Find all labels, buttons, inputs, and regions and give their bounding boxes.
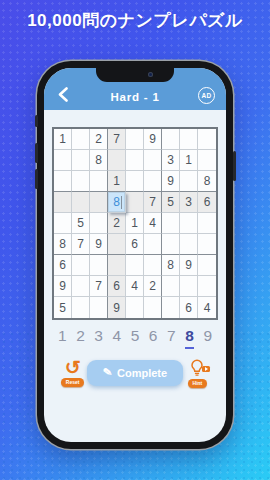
cell-r7c9[interactable] <box>198 255 216 276</box>
mute-switch <box>35 115 38 127</box>
cell-r5c5[interactable]: 1 <box>126 213 144 234</box>
cell-r6c9[interactable] <box>198 234 216 255</box>
cell-r5c6[interactable]: 4 <box>144 213 162 234</box>
volume-up-button <box>35 143 38 163</box>
cell-r3c5[interactable] <box>126 171 144 192</box>
numpad-4[interactable]: 4 <box>113 328 122 349</box>
sudoku-board: 12798311988753652148796689976425964 <box>52 127 218 320</box>
cell-r7c5[interactable] <box>126 255 144 276</box>
cell-r1c6[interactable]: 9 <box>144 129 162 150</box>
undo-icon: ↺ <box>65 359 81 376</box>
cell-r7c2[interactable] <box>72 255 90 276</box>
cell-r4c7[interactable]: 5 <box>162 192 180 213</box>
cell-r6c7[interactable] <box>162 234 180 255</box>
cell-r2c7[interactable]: 3 <box>162 150 180 171</box>
cell-r4c9[interactable]: 6 <box>198 192 216 213</box>
hint-badge: Hint <box>188 379 208 388</box>
cell-r6c2[interactable]: 7 <box>72 234 90 255</box>
cell-r1c1[interactable]: 1 <box>54 129 72 150</box>
cell-r8c4[interactable]: 6 <box>108 276 126 297</box>
cell-r7c8[interactable]: 9 <box>180 255 198 276</box>
cell-r2c9[interactable] <box>198 150 216 171</box>
cell-r1c5[interactable] <box>126 129 144 150</box>
cell-r2c8[interactable]: 1 <box>180 150 198 171</box>
numpad-8[interactable]: 8 <box>185 328 194 349</box>
cell-r8c9[interactable] <box>198 276 216 297</box>
cell-r9c7[interactable] <box>162 297 180 318</box>
cell-r5c1[interactable] <box>54 213 72 234</box>
cell-r4c8[interactable]: 3 <box>180 192 198 213</box>
cell-r1c4[interactable]: 7 <box>108 129 126 150</box>
number-pad: 123456789 <box>51 328 219 349</box>
notch <box>96 68 174 82</box>
cell-r9c3[interactable] <box>90 297 108 318</box>
cell-r8c6[interactable]: 2 <box>144 276 162 297</box>
cell-r5c3[interactable] <box>90 213 108 234</box>
cell-r6c5[interactable]: 6 <box>126 234 144 255</box>
cell-r7c6[interactable] <box>144 255 162 276</box>
level-title: Hard - 1 <box>56 91 214 103</box>
ad-badge[interactable]: AD <box>198 87 215 104</box>
cell-r7c3[interactable] <box>90 255 108 276</box>
cell-r4c1[interactable] <box>54 192 72 213</box>
cell-r9c5[interactable] <box>126 297 144 318</box>
cell-r3c7[interactable]: 9 <box>162 171 180 192</box>
camera-dot <box>148 72 153 77</box>
cell-r8c1[interactable]: 9 <box>54 276 72 297</box>
cell-r9c9[interactable]: 4 <box>198 297 216 318</box>
banner-title: 10,000問のナンプレパズル <box>0 9 270 32</box>
cell-r7c7[interactable]: 8 <box>162 255 180 276</box>
cell-r1c7[interactable] <box>162 129 180 150</box>
numpad-9[interactable]: 9 <box>203 328 212 349</box>
reset-badge: Reset <box>61 378 85 387</box>
cell-r6c4[interactable] <box>108 234 126 255</box>
cell-r6c6[interactable] <box>144 234 162 255</box>
cell-r5c9[interactable] <box>198 213 216 234</box>
cell-r1c3[interactable]: 2 <box>90 129 108 150</box>
cell-r5c7[interactable] <box>162 213 180 234</box>
cell-r2c6[interactable] <box>144 150 162 171</box>
cell-r9c2[interactable] <box>72 297 90 318</box>
cell-r8c3[interactable]: 7 <box>90 276 108 297</box>
phone-mockup: Hard - 1 AD 1279831198875365214879668997… <box>37 61 233 449</box>
promo-screenshot: 10,000問のナンプレパズル Hard - 1 AD 127983119887… <box>0 0 270 480</box>
numpad-6[interactable]: 6 <box>149 328 158 349</box>
controls-bar: ↺ Reset ✎ Complete <box>58 359 212 388</box>
numpad-2[interactable]: 2 <box>76 328 85 349</box>
cell-r4c3[interactable] <box>90 192 108 213</box>
cell-r2c1[interactable] <box>54 150 72 171</box>
volume-down-button <box>35 169 38 189</box>
cell-r9c6[interactable] <box>144 297 162 318</box>
cell-r8c7[interactable] <box>162 276 180 297</box>
cell-r1c8[interactable] <box>180 129 198 150</box>
numpad-1[interactable]: 1 <box>58 328 67 349</box>
cell-r9c8[interactable]: 6 <box>180 297 198 318</box>
cell-r4c2[interactable] <box>72 192 90 213</box>
cell-r4c6[interactable]: 7 <box>144 192 162 213</box>
cell-r6c8[interactable] <box>180 234 198 255</box>
cell-r3c4[interactable]: 1 <box>108 171 126 192</box>
cell-r7c4[interactable] <box>108 255 126 276</box>
cell-r8c8[interactable] <box>180 276 198 297</box>
video-ad-icon <box>202 366 210 372</box>
cell-r8c5[interactable]: 4 <box>126 276 144 297</box>
cell-r3c8[interactable] <box>180 171 198 192</box>
cell-r1c2[interactable] <box>72 129 90 150</box>
complete-button-label: Complete <box>117 367 167 379</box>
cell-r5c4[interactable]: 2 <box>108 213 126 234</box>
cell-r7c1[interactable]: 6 <box>54 255 72 276</box>
numpad-3[interactable]: 3 <box>94 328 103 349</box>
cell-r2c2[interactable] <box>72 150 90 171</box>
cell-r9c1[interactable]: 5 <box>54 297 72 318</box>
cell-r3c9[interactable]: 8 <box>198 171 216 192</box>
cell-r9c4[interactable]: 9 <box>108 297 126 318</box>
cell-r6c1[interactable]: 8 <box>54 234 72 255</box>
power-button <box>233 151 236 181</box>
back-icon[interactable] <box>57 87 69 102</box>
cell-r5c8[interactable] <box>180 213 198 234</box>
ad-badge-label: AD <box>202 92 212 99</box>
cell-r8c2[interactable] <box>72 276 90 297</box>
reset-control[interactable]: ↺ Reset <box>58 359 87 387</box>
numpad-7[interactable]: 7 <box>167 328 176 349</box>
phone-screen: Hard - 1 AD 1279831198875365214879668997… <box>44 68 226 442</box>
cell-r3c3[interactable] <box>90 171 108 192</box>
cell-r1c9[interactable] <box>198 129 216 150</box>
hint-control[interactable]: Hint <box>183 359 212 388</box>
cell-r3c6[interactable] <box>144 171 162 192</box>
cell-r6c3[interactable]: 9 <box>90 234 108 255</box>
cell-r2c3[interactable]: 8 <box>90 150 108 171</box>
numpad-5[interactable]: 5 <box>131 328 140 349</box>
cell-r5c2[interactable]: 5 <box>72 213 90 234</box>
cell-r3c2[interactable] <box>72 171 90 192</box>
cell-r4c4[interactable]: 8 <box>108 192 126 213</box>
cell-r4c5[interactable] <box>126 192 144 213</box>
complete-button[interactable]: ✎ Complete <box>87 360 183 386</box>
cell-r2c5[interactable] <box>126 150 144 171</box>
cell-r3c1[interactable] <box>54 171 72 192</box>
feather-pen-icon: ✎ <box>102 366 113 378</box>
cell-r2c4[interactable] <box>108 150 126 171</box>
